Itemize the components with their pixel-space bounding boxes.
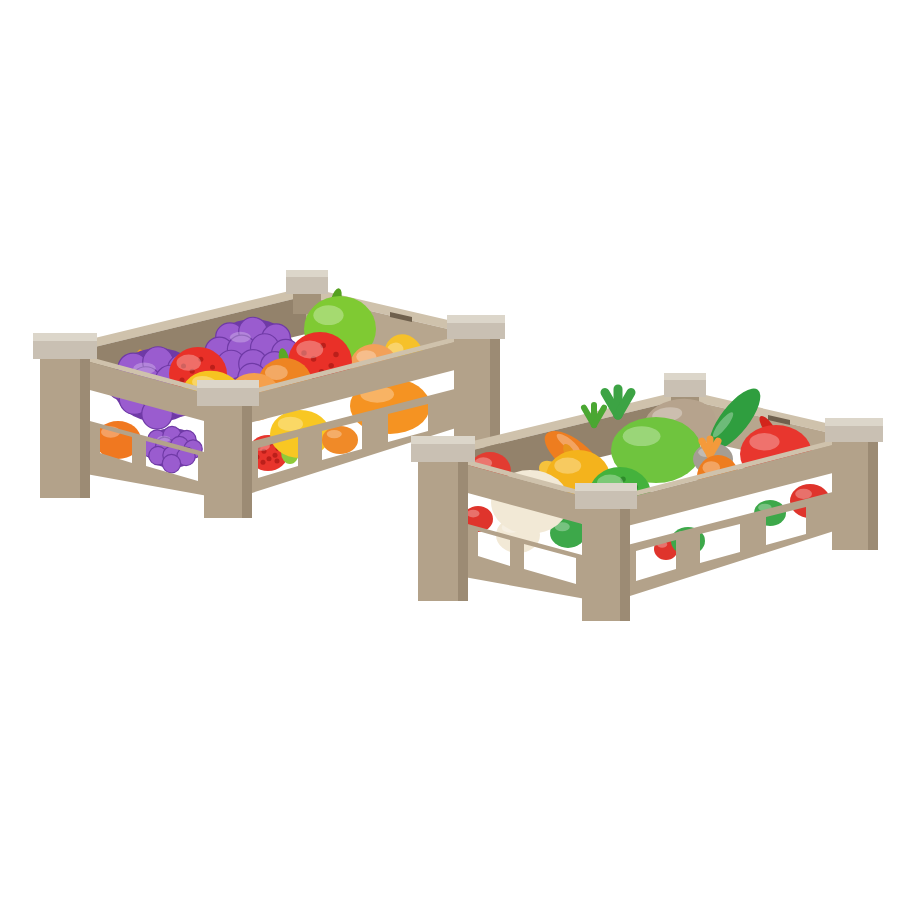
right-post-cap-top [447,315,505,323]
product-photo: Two tan plastic toy crates filled with p… [0,0,900,900]
front-post-shade [620,495,630,621]
left-post-shade [458,451,468,601]
right-post-shade [490,327,500,447]
toy-crates-scene [0,0,900,900]
front-post-cap-top [197,380,259,388]
front-post-cap-top [575,483,637,491]
left-post-cap-top [411,436,475,444]
right-post-shade [868,430,878,550]
left-post-shade [80,348,90,498]
right-post-cap-top [825,418,883,426]
orange-in-mid-slot [322,426,358,454]
left-post-cap-top [33,333,97,341]
front-post-shade [242,392,252,518]
back-post-cap-top [664,373,706,380]
back-post-cap-top [286,270,328,277]
